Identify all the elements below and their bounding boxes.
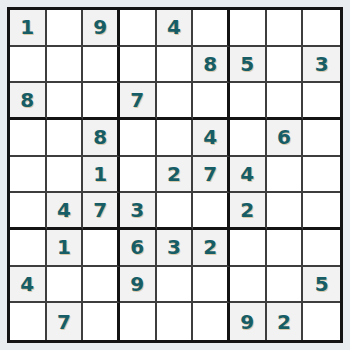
cell-r5c6[interactable]: 7 xyxy=(193,157,230,194)
cell-r9c8[interactable]: 2 xyxy=(267,303,304,340)
cell-r5c7[interactable]: 4 xyxy=(230,157,267,194)
cell-r9c2[interactable]: 7 xyxy=(47,303,84,340)
cell-r1c4[interactable] xyxy=(120,10,157,47)
cell-r4c7[interactable] xyxy=(230,120,267,157)
cell-r8c1[interactable]: 4 xyxy=(10,267,47,304)
cell-r9c1[interactable] xyxy=(10,303,47,340)
cell-r3c3[interactable] xyxy=(83,83,120,120)
cell-r9c4[interactable] xyxy=(120,303,157,340)
cell-r7c3[interactable] xyxy=(83,230,120,267)
cell-r9c7[interactable]: 9 xyxy=(230,303,267,340)
cell-r1c7[interactable] xyxy=(230,10,267,47)
cell-r2c9[interactable]: 3 xyxy=(303,47,340,84)
cell-r7c7[interactable] xyxy=(230,230,267,267)
cell-r3c2[interactable] xyxy=(47,83,84,120)
cell-r5c4[interactable] xyxy=(120,157,157,194)
cell-r5c5[interactable]: 2 xyxy=(157,157,194,194)
cell-r1c6[interactable] xyxy=(193,10,230,47)
cell-r1c9[interactable] xyxy=(303,10,340,47)
cell-r1c3[interactable]: 9 xyxy=(83,10,120,47)
cell-r7c4[interactable]: 6 xyxy=(120,230,157,267)
cell-r3c4[interactable]: 7 xyxy=(120,83,157,120)
cell-r5c9[interactable] xyxy=(303,157,340,194)
cell-r4c5[interactable] xyxy=(157,120,194,157)
cell-r7c8[interactable] xyxy=(267,230,304,267)
cell-r4c8[interactable]: 6 xyxy=(267,120,304,157)
cell-r4c9[interactable] xyxy=(303,120,340,157)
cell-r8c7[interactable] xyxy=(230,267,267,304)
cell-r6c2[interactable]: 4 xyxy=(47,193,84,230)
cell-r8c9[interactable]: 5 xyxy=(303,267,340,304)
cell-r9c6[interactable] xyxy=(193,303,230,340)
cell-r3c8[interactable] xyxy=(267,83,304,120)
cell-r5c3[interactable]: 1 xyxy=(83,157,120,194)
cell-r2c8[interactable] xyxy=(267,47,304,84)
cell-r6c5[interactable] xyxy=(157,193,194,230)
cell-r2c7[interactable]: 5 xyxy=(230,47,267,84)
cell-r4c1[interactable] xyxy=(10,120,47,157)
cell-r6c4[interactable]: 3 xyxy=(120,193,157,230)
cell-r2c3[interactable] xyxy=(83,47,120,84)
cell-r5c2[interactable] xyxy=(47,157,84,194)
cell-r7c2[interactable]: 1 xyxy=(47,230,84,267)
cell-r8c6[interactable] xyxy=(193,267,230,304)
cell-r9c9[interactable] xyxy=(303,303,340,340)
cell-r6c9[interactable] xyxy=(303,193,340,230)
cell-r7c6[interactable]: 2 xyxy=(193,230,230,267)
cell-r8c3[interactable] xyxy=(83,267,120,304)
cell-r8c2[interactable] xyxy=(47,267,84,304)
cell-r2c1[interactable] xyxy=(10,47,47,84)
cell-r1c2[interactable] xyxy=(47,10,84,47)
cell-r1c5[interactable]: 4 xyxy=(157,10,194,47)
cell-r3c5[interactable] xyxy=(157,83,194,120)
cell-r4c4[interactable] xyxy=(120,120,157,157)
cell-r1c8[interactable] xyxy=(267,10,304,47)
cell-r3c1[interactable]: 8 xyxy=(10,83,47,120)
cell-r7c5[interactable]: 3 xyxy=(157,230,194,267)
cell-r2c2[interactable] xyxy=(47,47,84,84)
cell-r2c5[interactable] xyxy=(157,47,194,84)
sudoku-board: 19485387846127447321632495792 xyxy=(7,7,343,343)
cell-r9c5[interactable] xyxy=(157,303,194,340)
cell-r5c1[interactable] xyxy=(10,157,47,194)
cell-r8c5[interactable] xyxy=(157,267,194,304)
cell-r4c3[interactable]: 8 xyxy=(83,120,120,157)
cell-r6c7[interactable]: 2 xyxy=(230,193,267,230)
cell-r8c4[interactable]: 9 xyxy=(120,267,157,304)
cell-r1c1[interactable]: 1 xyxy=(10,10,47,47)
cell-r6c1[interactable] xyxy=(10,193,47,230)
cell-r3c9[interactable] xyxy=(303,83,340,120)
cell-r4c6[interactable]: 4 xyxy=(193,120,230,157)
cell-r7c1[interactable] xyxy=(10,230,47,267)
cell-r2c4[interactable] xyxy=(120,47,157,84)
cell-r4c2[interactable] xyxy=(47,120,84,157)
cell-r6c8[interactable] xyxy=(267,193,304,230)
cell-r8c8[interactable] xyxy=(267,267,304,304)
cell-r5c8[interactable] xyxy=(267,157,304,194)
cell-r2c6[interactable]: 8 xyxy=(193,47,230,84)
cell-r7c9[interactable] xyxy=(303,230,340,267)
cell-r6c3[interactable]: 7 xyxy=(83,193,120,230)
cell-r9c3[interactable] xyxy=(83,303,120,340)
cell-r6c6[interactable] xyxy=(193,193,230,230)
cell-r3c6[interactable] xyxy=(193,83,230,120)
cell-r3c7[interactable] xyxy=(230,83,267,120)
